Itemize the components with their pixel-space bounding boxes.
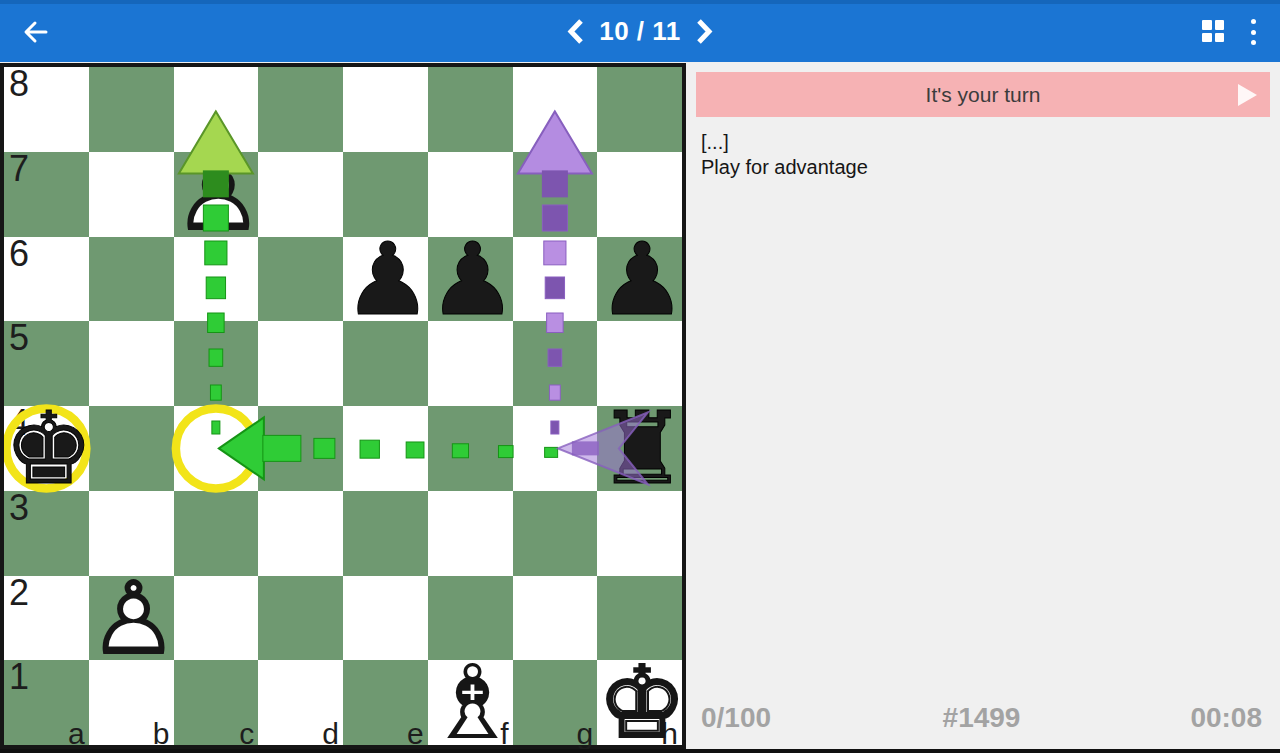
turn-banner[interactable]: It's your turn <box>696 72 1270 117</box>
stats-bar: 0/100 #1499 00:08 <box>701 703 1262 733</box>
chevron-left-icon[interactable] <box>567 18 584 45</box>
black-king-a4[interactable]: ♚ <box>4 406 89 491</box>
screen: 10 / 11 87654321abcdefgh ♟♙♟♟♟♚♜♟♙♝♗♚♔ I… <box>0 0 1280 753</box>
score-counter: 0/100 <box>701 703 771 733</box>
black-pawn-h6[interactable]: ♟ <box>597 237 682 322</box>
app-bar: 10 / 11 <box>0 0 1280 62</box>
turn-banner-label: It's your turn <box>696 72 1270 117</box>
chess-board: 87654321abcdefgh ♟♙♟♟♟♚♜♟♙♝♗♚♔ <box>0 63 686 749</box>
timer: 00:08 <box>1190 703 1262 733</box>
black-pawn-e6[interactable]: ♟ <box>343 237 428 322</box>
white-king-h1[interactable]: ♚♔ <box>597 660 682 745</box>
kebab-menu-icon[interactable] <box>1246 19 1260 45</box>
white-pawn-b2[interactable]: ♟♙ <box>89 576 174 661</box>
pieces-layer: ♟♙♟♟♟♚♜♟♙♝♗♚♔ <box>4 67 682 745</box>
chevron-right-icon[interactable] <box>696 18 713 45</box>
puzzle-nav: 10 / 11 <box>0 0 1280 62</box>
white-bishop-f1[interactable]: ♝♗ <box>428 660 513 745</box>
play-icon[interactable] <box>1238 84 1257 106</box>
move-list: [...] Play for advantage <box>701 130 1280 180</box>
puzzle-id: #1499 <box>943 703 1021 733</box>
black-rook-h4[interactable]: ♜ <box>597 406 682 491</box>
move-number: [...] <box>701 130 1280 155</box>
side-panel: It's your turn [...] Play for advantage … <box>686 62 1280 749</box>
white-pawn-c7[interactable]: ♟♙ <box>174 152 259 237</box>
puzzle-counter: 10 / 11 <box>599 16 681 47</box>
instruction-text: Play for advantage <box>701 155 1280 180</box>
board-grid-icon[interactable] <box>1202 20 1224 42</box>
black-pawn-f6[interactable]: ♟ <box>428 237 513 322</box>
